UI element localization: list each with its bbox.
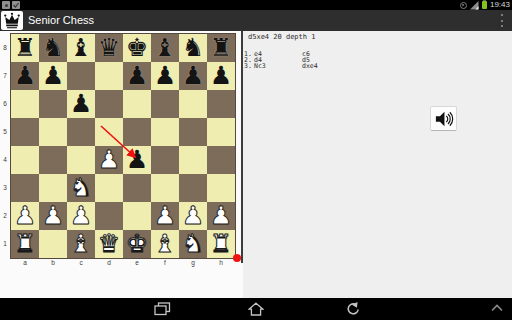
square-b5[interactable] (39, 118, 67, 146)
square-h4[interactable] (207, 146, 235, 174)
piece-white-Q-d1[interactable]: ♛ (95, 230, 123, 258)
piece-white-R-h1[interactable]: ♜ (207, 230, 235, 258)
piece-black-B-c8[interactable]: ♝ (67, 34, 95, 62)
file-label-a: a (11, 259, 39, 266)
battery-icon (482, 1, 487, 9)
piece-black-R-a8[interactable]: ♜ (11, 34, 39, 62)
black-move: dxe4 (302, 63, 318, 69)
file-label-b: b (39, 259, 67, 266)
piece-white-P-a2[interactable]: ♟ (11, 202, 39, 230)
square-f6[interactable] (151, 90, 179, 118)
piece-white-N-g1[interactable]: ♞ (179, 230, 207, 258)
piece-black-P-b7[interactable]: ♟ (39, 62, 67, 90)
move-row-3: 3.Nc3dxe4 (244, 63, 318, 69)
sound-button[interactable] (430, 106, 457, 131)
square-a5[interactable] (11, 118, 39, 146)
square-a6[interactable] (11, 90, 39, 118)
square-f3[interactable] (151, 174, 179, 202)
file-label-d: d (95, 259, 123, 266)
piece-black-P-e7[interactable]: ♟ (123, 62, 151, 90)
square-b3[interactable] (39, 174, 67, 202)
square-d7[interactable] (95, 62, 123, 90)
square-h6[interactable] (207, 90, 235, 118)
square-c5[interactable] (67, 118, 95, 146)
crown-icon (1, 11, 23, 30)
rank-label-8: 8 (0, 34, 10, 62)
rank-label-2: 2 (0, 202, 10, 230)
screenshot-icon (2, 1, 10, 9)
square-g5[interactable] (179, 118, 207, 146)
overflow-menu-icon[interactable] (500, 14, 504, 27)
eye-icon (460, 2, 467, 9)
square-g4[interactable] (179, 146, 207, 174)
rank-label-3: 3 (0, 174, 10, 202)
rank-label-6: 6 (0, 90, 10, 118)
speaker-icon (433, 110, 455, 128)
move-list: 1.e4c62.d4d53.Nc3dxe4 (244, 51, 318, 70)
white-move: Nc3 (254, 63, 302, 69)
file-labels: abcdefgh (11, 259, 235, 266)
signal-icon (470, 1, 479, 10)
square-d2[interactable] (95, 202, 123, 230)
square-h5[interactable] (207, 118, 235, 146)
piece-black-N-g8[interactable]: ♞ (179, 34, 207, 62)
status-bar: 19:43 (0, 0, 512, 10)
engine-thinking-indicator (233, 254, 241, 262)
piece-white-N-c3[interactable]: ♞ (67, 174, 95, 202)
piece-black-P-f7[interactable]: ♟ (151, 62, 179, 90)
piece-white-B-f1[interactable]: ♝ (151, 230, 179, 258)
engine-status-line: d5xe4 20 depth 1 (248, 33, 315, 41)
square-e3[interactable] (123, 174, 151, 202)
piece-black-P-e4[interactable]: ♟ (123, 146, 151, 174)
piece-white-P-f2[interactable]: ♟ (151, 202, 179, 230)
piece-black-R-h8[interactable]: ♜ (207, 34, 235, 62)
piece-black-P-h7[interactable]: ♟ (207, 62, 235, 90)
piece-white-K-e1[interactable]: ♚ (123, 230, 151, 258)
square-f4[interactable] (151, 146, 179, 174)
square-b6[interactable] (39, 90, 67, 118)
file-label-e: e (123, 259, 151, 266)
piece-black-B-f8[interactable]: ♝ (151, 34, 179, 62)
home-icon[interactable] (248, 302, 264, 316)
rank-label-4: 4 (0, 146, 10, 174)
square-e5[interactable] (123, 118, 151, 146)
rank-label-1: 1 (0, 230, 10, 258)
check-notification-icon (12, 1, 20, 9)
rank-label-7: 7 (0, 62, 10, 90)
square-b4[interactable] (39, 146, 67, 174)
piece-black-N-b8[interactable]: ♞ (39, 34, 67, 62)
recents-icon[interactable] (154, 302, 171, 316)
piece-black-Q-d8[interactable]: ♛ (95, 34, 123, 62)
square-g6[interactable] (179, 90, 207, 118)
square-e2[interactable] (123, 202, 151, 230)
clock: 19:43 (490, 0, 510, 10)
square-h3[interactable] (207, 174, 235, 202)
rank-label-5: 5 (0, 118, 10, 146)
back-icon[interactable] (345, 302, 361, 316)
square-d5[interactable] (95, 118, 123, 146)
chevron-up-icon[interactable] (491, 304, 503, 312)
piece-white-B-c1[interactable]: ♝ (67, 230, 95, 258)
piece-white-P-c2[interactable]: ♟ (67, 202, 95, 230)
square-e6[interactable] (123, 90, 151, 118)
piece-black-K-e8[interactable]: ♚ (123, 34, 151, 62)
file-label-c: c (67, 259, 95, 266)
square-c4[interactable] (67, 146, 95, 174)
piece-white-P-b2[interactable]: ♟ (39, 202, 67, 230)
move-number: 3. (244, 63, 254, 69)
piece-white-P-h2[interactable]: ♟ (207, 202, 235, 230)
piece-black-P-a7[interactable]: ♟ (11, 62, 39, 90)
page-title: Senior Chess (28, 14, 94, 26)
piece-black-P-g7[interactable]: ♟ (179, 62, 207, 90)
square-b1[interactable] (39, 230, 67, 258)
navigation-bar (0, 298, 512, 320)
square-a3[interactable] (11, 174, 39, 202)
file-label-h: h (207, 259, 235, 266)
piece-white-P-d4[interactable]: ♟ (95, 146, 123, 174)
square-c7[interactable] (67, 62, 95, 90)
chess-board[interactable]: ♜♞♝♛♚♝♞♜♟♟♟♟♟♟♟♟♟♞♟♟♟♟♟♟♜♝♛♚♝♞♜ (10, 33, 236, 259)
piece-white-P-g2[interactable]: ♟ (179, 202, 207, 230)
file-label-g: g (179, 259, 207, 266)
app-bar: Senior Chess (0, 10, 512, 31)
analysis-panel (243, 31, 512, 298)
rank-labels: 87654321 (0, 34, 10, 258)
file-label-f: f (151, 259, 179, 266)
square-a4[interactable] (11, 146, 39, 174)
square-f5[interactable] (151, 118, 179, 146)
piece-white-R-a1[interactable]: ♜ (11, 230, 39, 258)
square-g3[interactable] (179, 174, 207, 202)
piece-black-P-c6[interactable]: ♟ (67, 90, 95, 118)
square-d3[interactable] (95, 174, 123, 202)
square-d6[interactable] (95, 90, 123, 118)
